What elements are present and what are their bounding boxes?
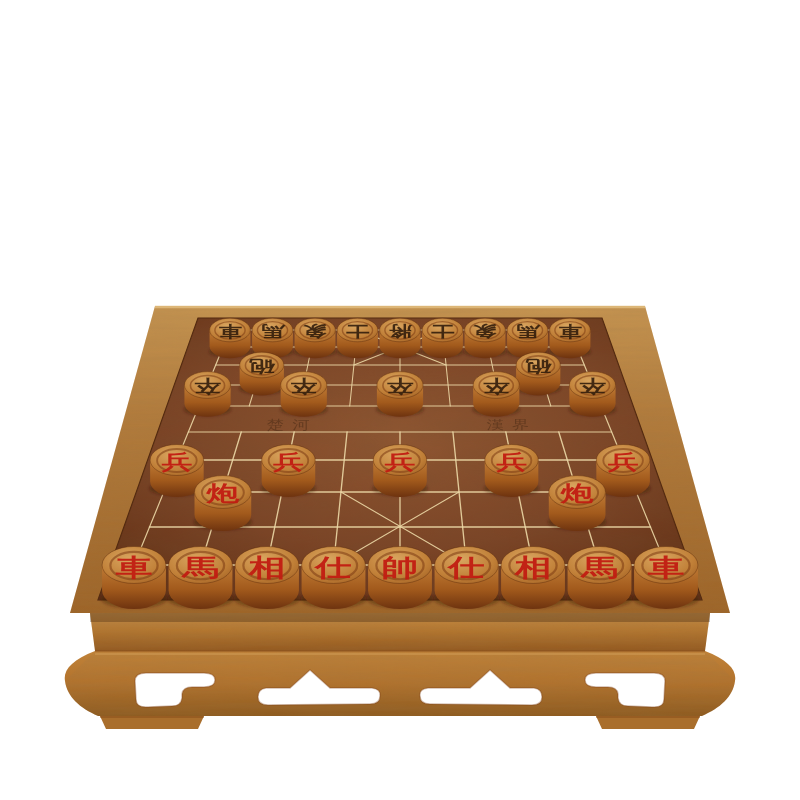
piece-character: 帥 (382, 553, 419, 581)
piece-character: 仕 (446, 553, 485, 581)
piece-character: 車 (114, 553, 152, 581)
piece-black-soldier[interactable]: 卒 (376, 372, 424, 417)
piece-character: 士 (431, 322, 456, 340)
piece-black-elephant[interactable]: 象 (464, 318, 506, 358)
piece-black-advisor[interactable]: 士 (336, 318, 378, 358)
piece-black-cannon[interactable]: 砲 (515, 352, 561, 395)
piece-red-advisor[interactable]: 仕 (300, 546, 366, 609)
piece-character: 車 (646, 553, 684, 581)
piece-character: 兵 (607, 450, 639, 473)
piece-character: 仕 (313, 553, 352, 581)
piece-character: 砲 (525, 357, 552, 376)
xiangqi-scene: 楚河 漢界 車馬象士將士象馬車砲砲卒卒卒卒卒兵兵兵兵兵炮炮車馬相仕帥仕相馬車 (0, 0, 800, 800)
piece-character: 卒 (482, 376, 510, 396)
piece-black-cannon[interactable]: 砲 (239, 352, 285, 395)
piece-black-soldier[interactable]: 卒 (280, 372, 328, 417)
piece-character: 象 (303, 322, 328, 340)
piece-red-cannon[interactable]: 炮 (548, 476, 607, 532)
piece-black-elephant[interactable]: 象 (294, 318, 336, 358)
piece-character: 馬 (261, 322, 286, 340)
product-photo: 楚河 漢界 車馬象士將士象馬車砲砲卒卒卒卒卒兵兵兵兵兵炮炮車馬相仕帥仕相馬車 X… (0, 0, 800, 800)
piece-character: 將 (388, 322, 413, 340)
piece-character: 砲 (248, 357, 275, 376)
river-label-left: 楚河 (267, 417, 317, 431)
piece-character: 馬 (579, 553, 618, 581)
piece-character: 士 (346, 322, 371, 340)
piece-red-advisor[interactable]: 仕 (433, 546, 499, 609)
piece-character: 兵 (272, 450, 304, 473)
piece-black-soldier[interactable]: 卒 (472, 372, 520, 417)
piece-black-general[interactable]: 將 (379, 318, 421, 358)
piece-character: 馬 (516, 322, 541, 340)
piece-black-chariot[interactable]: 車 (209, 318, 251, 358)
piece-character: 相 (247, 553, 285, 581)
piece-character: 卒 (290, 376, 318, 396)
piece-character: 相 (513, 553, 551, 581)
board-cast-shadow (90, 613, 710, 622)
piece-black-soldier[interactable]: 卒 (184, 372, 232, 417)
piece-character: 卒 (579, 376, 607, 396)
piece-red-chariot[interactable]: 車 (633, 546, 699, 609)
piece-character: 兵 (495, 450, 527, 473)
piece-red-chariot[interactable]: 車 (101, 546, 167, 609)
piece-red-soldier[interactable]: 兵 (484, 444, 540, 496)
piece-red-elephant[interactable]: 相 (234, 546, 300, 609)
piece-character: 象 (473, 322, 498, 340)
piece-red-general[interactable]: 帥 (367, 546, 433, 609)
piece-character: 車 (218, 322, 243, 340)
river-label-right: 漢界 (487, 417, 537, 431)
piece-character: 卒 (386, 376, 414, 396)
piece-red-elephant[interactable]: 相 (500, 546, 566, 609)
piece-red-soldier[interactable]: 兵 (261, 444, 317, 496)
stand-foot-right (596, 716, 700, 729)
wooden-stand (60, 610, 740, 729)
piece-red-horse[interactable]: 馬 (167, 546, 233, 609)
piece-character: 車 (558, 322, 583, 340)
piece-character: 馬 (180, 553, 219, 581)
piece-black-advisor[interactable]: 士 (421, 318, 463, 358)
stand-foot-left (100, 716, 204, 729)
piece-character: 卒 (194, 376, 222, 396)
piece-red-soldier[interactable]: 兵 (372, 444, 428, 496)
piece-character: 兵 (160, 450, 192, 473)
piece-red-horse[interactable]: 馬 (566, 546, 632, 609)
piece-black-soldier[interactable]: 卒 (568, 372, 616, 417)
piece-character: 兵 (383, 450, 415, 473)
piece-black-chariot[interactable]: 車 (549, 318, 591, 358)
piece-red-cannon[interactable]: 炮 (193, 476, 252, 532)
piece-character: 炮 (560, 481, 594, 507)
piece-character: 炮 (205, 481, 239, 507)
